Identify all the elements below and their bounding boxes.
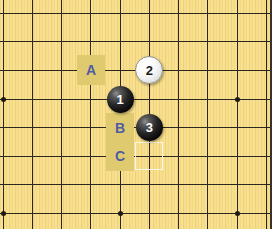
variation-letter-a[interactable]: A xyxy=(77,56,105,84)
star-point xyxy=(1,97,6,102)
grid-line-vertical xyxy=(90,0,91,229)
star-point xyxy=(235,211,240,216)
star-point xyxy=(1,211,6,216)
view-right-edge-border xyxy=(270,0,272,229)
variation-letter-c[interactable]: C xyxy=(106,142,134,170)
stone-black-3: 3 xyxy=(136,114,163,141)
grid-line-horizontal xyxy=(0,13,272,14)
grid-line-horizontal xyxy=(0,213,272,214)
stone-white-2: 2 xyxy=(135,56,163,84)
grid-line-vertical xyxy=(32,0,33,229)
grid-line-vertical xyxy=(3,0,4,229)
grid-line-vertical xyxy=(61,0,62,229)
variation-letter-b[interactable]: B xyxy=(106,114,134,142)
grid-line-vertical xyxy=(178,0,179,229)
grid-line-horizontal xyxy=(0,184,272,185)
empty-point-square-marker xyxy=(135,142,163,170)
grid-line-vertical xyxy=(237,0,238,229)
grid-line-horizontal xyxy=(0,41,272,42)
stone-black-1: 1 xyxy=(107,86,134,113)
grid-line-vertical xyxy=(207,0,208,229)
grid-line-horizontal xyxy=(0,99,272,100)
star-point xyxy=(235,97,240,102)
grid-line-vertical xyxy=(266,0,267,229)
star-point xyxy=(118,211,123,216)
go-board[interactable]: 123ABC xyxy=(0,0,272,229)
